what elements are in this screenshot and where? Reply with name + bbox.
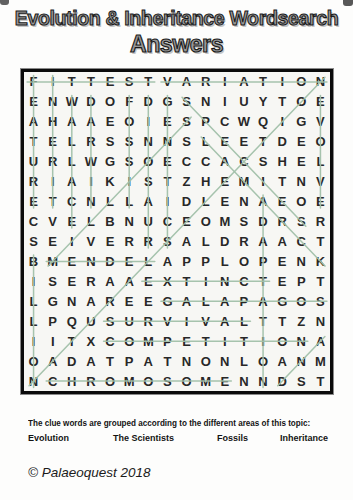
grid-cell-6-7: S <box>139 172 158 192</box>
grid-cell-10-1: B <box>24 251 43 271</box>
grid-cell-8-1: C <box>24 212 43 232</box>
grid-cell-4-7: N <box>139 132 158 152</box>
grid-cell-15-8: T <box>158 351 177 371</box>
grid-cell-6-8: T <box>158 172 177 192</box>
grid-cell-7-13: A <box>254 192 273 212</box>
grid-cell-14-7: M <box>139 331 158 351</box>
grid-cell-14-12: T <box>234 331 253 351</box>
grid-cell-6-16: V <box>311 172 330 192</box>
grid-cell-2-4: D <box>81 92 100 112</box>
grid-cell-10-5: D <box>101 251 120 271</box>
grid-cell-3-5: E <box>101 112 120 132</box>
grid-cell-12-2: G <box>43 291 62 311</box>
copyright-text: © Palaeoquest 2018 <box>28 465 151 480</box>
grid-cell-1-5: E <box>101 72 120 92</box>
grid-cell-7-12: N <box>234 192 253 212</box>
grid-cell-6-5: K <box>101 172 120 192</box>
grid-cell-15-5: T <box>101 351 120 371</box>
grid-cell-5-1: U <box>24 152 43 172</box>
grid-cell-11-9: T <box>177 271 196 291</box>
grid-cell-3-13: Q <box>254 112 273 132</box>
category-fossils: Fossils <box>217 433 248 443</box>
grid-cell-10-16: K <box>311 251 330 271</box>
grid-cell-2-2: N <box>43 92 62 112</box>
grid-cell-8-6: N <box>120 212 139 232</box>
grid-cell-15-3: D <box>62 351 81 371</box>
grid-cell-9-16: T <box>311 232 330 252</box>
grid-cell-8-13: D <box>254 212 273 232</box>
grid-cell-8-11: M <box>215 212 234 232</box>
grid-cell-13-11: A <box>215 311 234 331</box>
grid-cell-4-5: S <box>101 132 120 152</box>
grid-cell-9-6: R <box>120 232 139 252</box>
grid-cell-2-11: I <box>215 92 234 112</box>
grid-cell-14-8: P <box>158 331 177 351</box>
grid-cell-11-7: E <box>139 271 158 291</box>
grid-cell-16-15: S <box>292 371 311 391</box>
grid-cell-4-1: T <box>24 132 43 152</box>
grid-cell-4-9: S <box>177 132 196 152</box>
grid-cell-4-3: L <box>62 132 81 152</box>
grid-cell-2-16: E <box>311 92 330 112</box>
grid-cell-15-6: P <box>120 351 139 371</box>
grid-cell-8-2: V <box>43 212 62 232</box>
grid-cell-8-5: B <box>101 212 120 232</box>
grid-cell-9-11: D <box>215 232 234 252</box>
grid-cell-1-3: T <box>62 72 81 92</box>
grid-cell-12-5: R <box>101 291 120 311</box>
grid-cell-15-13: O <box>254 351 273 371</box>
grid-cell-11-10: I <box>196 271 215 291</box>
grid-cell-8-8: C <box>158 212 177 232</box>
grid-cell-12-6: E <box>120 291 139 311</box>
grid-cell-12-3: N <box>62 291 81 311</box>
grid-cell-9-3: I <box>62 232 81 252</box>
grid-cell-12-7: E <box>139 291 158 311</box>
grid-cell-7-2: T <box>43 192 62 212</box>
title-line-1: Evolution & Inheritance Wordsearch <box>12 5 340 31</box>
grid-cell-5-6: S <box>120 152 139 172</box>
grid-cell-3-4: A <box>81 112 100 132</box>
grid-cell-6-4: I <box>81 172 100 192</box>
grid-cell-10-3: E <box>62 251 81 271</box>
grid-cell-1-13: T <box>254 72 273 92</box>
grid-cell-10-12: O <box>234 251 253 271</box>
grid-cell-3-10: P <box>196 112 215 132</box>
wordsearch-grid: FITTESTVARIATIONENWDOFDGSNIUYTOEAHAAEOIE… <box>24 72 330 391</box>
grid-cell-15-7: A <box>139 351 158 371</box>
grid-cell-7-11: E <box>215 192 234 212</box>
grid-cell-9-14: A <box>273 232 292 252</box>
grid-cell-13-5: S <box>101 311 120 331</box>
grid-cell-14-9: E <box>177 331 196 351</box>
grid-cell-5-3: L <box>62 152 81 172</box>
category-evolution: Evolution <box>28 433 69 443</box>
grid-cell-12-13: A <box>254 291 273 311</box>
grid-cell-10-9: P <box>177 251 196 271</box>
grid-cell-8-9: E <box>177 212 196 232</box>
grid-cell-12-4: A <box>81 291 100 311</box>
grid-cell-9-8: S <box>158 232 177 252</box>
grid-cell-13-8: V <box>158 311 177 331</box>
grid-cell-3-2: H <box>43 112 62 132</box>
grid-cell-7-7: A <box>139 192 158 212</box>
grid-cell-9-9: A <box>177 232 196 252</box>
grid-cell-5-11: A <box>215 152 234 172</box>
grid-cell-7-3: C <box>62 192 81 212</box>
grid-cell-4-10: L <box>196 132 215 152</box>
grid-cell-9-5: E <box>101 232 120 252</box>
grid-cell-16-13: N <box>254 371 273 391</box>
grid-cell-9-7: R <box>139 232 158 252</box>
grid-cell-14-13: I <box>254 331 273 351</box>
grid-cell-2-7: D <box>139 92 158 112</box>
grid-cell-3-12: W <box>234 112 253 132</box>
grid-cell-2-5: O <box>101 92 120 112</box>
grid-cell-15-14: A <box>273 351 292 371</box>
grid-cell-5-9: C <box>177 152 196 172</box>
grid-cell-14-15: N <box>292 331 311 351</box>
grid-cell-2-15: O <box>292 92 311 112</box>
grid-cell-8-14: R <box>273 212 292 232</box>
grid-cell-13-3: Q <box>62 311 81 331</box>
grid-cell-2-8: G <box>158 92 177 112</box>
grid-cell-13-7: R <box>139 311 158 331</box>
grid-cell-8-4: L <box>81 212 100 232</box>
grid-cell-12-11: A <box>215 291 234 311</box>
grid-cell-9-4: V <box>81 232 100 252</box>
grid-cell-4-2: E <box>43 132 62 152</box>
grid-cell-5-8: E <box>158 152 177 172</box>
grid-cell-3-15: G <box>292 112 311 132</box>
grid-cell-16-5: O <box>101 371 120 391</box>
grid-cell-7-5: L <box>101 192 120 212</box>
grid-cell-13-13: T <box>254 311 273 331</box>
grid-cell-10-8: A <box>158 251 177 271</box>
grid-cell-11-16: T <box>311 271 330 291</box>
grid-cell-3-8: E <box>158 112 177 132</box>
grid-cell-9-10: L <box>196 232 215 252</box>
grid-cell-12-12: P <box>234 291 253 311</box>
grid-cell-16-11: E <box>215 371 234 391</box>
grid-cell-11-4: R <box>81 271 100 291</box>
grid-cell-10-15: N <box>292 251 311 271</box>
grid-cell-10-2: M <box>43 251 62 271</box>
grid-cell-2-1: E <box>24 92 43 112</box>
grid-cell-16-16: T <box>311 371 330 391</box>
grid-cell-14-4: X <box>81 331 100 351</box>
grid-cell-2-10: N <box>196 92 215 112</box>
grid-cell-13-12: L <box>234 311 253 331</box>
grid-cell-8-15: S <box>292 212 311 232</box>
grid-cell-10-13: P <box>254 251 273 271</box>
grid-cell-12-14: G <box>273 291 292 311</box>
grid-cell-16-8: S <box>158 371 177 391</box>
grid-cell-5-12: C <box>234 152 253 172</box>
grid-cell-7-4: N <box>81 192 100 212</box>
grid-cell-3-3: A <box>62 112 81 132</box>
grid-cell-9-13: A <box>254 232 273 252</box>
page-title: Evolution & Inheritance Wordsearch Answe… <box>0 5 353 57</box>
grid-cell-16-14: D <box>273 371 292 391</box>
grid-cell-16-3: H <box>62 371 81 391</box>
grid-cell-1-1: F <box>24 72 43 92</box>
footer-note: The clue words are grouped according to … <box>28 418 316 428</box>
grid-cell-11-6: A <box>120 271 139 291</box>
grid-cell-1-12: A <box>234 72 253 92</box>
grid-cell-1-10: R <box>196 72 215 92</box>
grid-cell-13-15: Z <box>292 311 311 331</box>
grid-cell-7-6: L <box>120 192 139 212</box>
grid-cell-5-15: E <box>292 152 311 172</box>
grid-cell-16-6: M <box>120 371 139 391</box>
grid-cell-10-10: P <box>196 251 215 271</box>
grid-cell-11-15: P <box>292 271 311 291</box>
grid-cell-13-9: I <box>177 311 196 331</box>
grid-cell-10-6: E <box>120 251 139 271</box>
grid-cell-1-4: T <box>81 72 100 92</box>
grid-cell-6-2: I <box>43 172 62 192</box>
grid-cell-5-5: G <box>101 152 120 172</box>
grid-cell-11-12: C <box>234 271 253 291</box>
grid-cell-14-3: T <box>62 331 81 351</box>
grid-cell-4-16: O <box>311 132 330 152</box>
grid-cell-16-12: N <box>234 371 253 391</box>
worksheet-page: Evolution & Inheritance Wordsearch Answe… <box>0 0 353 500</box>
grid-cell-2-3: W <box>62 92 81 112</box>
grid-cell-1-15: O <box>292 72 311 92</box>
grid-cell-8-12: S <box>234 212 253 232</box>
grid-cell-11-5: A <box>101 271 120 291</box>
grid-cell-3-11: C <box>215 112 234 132</box>
grid-cell-10-7: L <box>139 251 158 271</box>
grid-cell-13-6: U <box>120 311 139 331</box>
grid-cell-14-10: T <box>196 331 215 351</box>
grid-cell-6-6: I <box>120 172 139 192</box>
grid-cell-9-2: E <box>43 232 62 252</box>
grid-cell-15-12: L <box>234 351 253 371</box>
grid-cell-3-7: I <box>139 112 158 132</box>
grid-cell-14-5: C <box>101 331 120 351</box>
grid-cell-16-1: N <box>24 371 43 391</box>
grid-cell-2-6: F <box>120 92 139 112</box>
grid-cell-1-8: V <box>158 72 177 92</box>
grid-cell-11-13: T <box>254 271 273 291</box>
grid-cell-4-12: E <box>234 132 253 152</box>
grid-cell-3-1: A <box>24 112 43 132</box>
grid-cell-6-9: Z <box>177 172 196 192</box>
grid-cell-1-14: I <box>273 72 292 92</box>
grid-cell-15-15: N <box>292 351 311 371</box>
grid-cell-5-16: L <box>311 152 330 172</box>
grid-cell-2-14: T <box>273 92 292 112</box>
grid-cell-5-7: O <box>139 152 158 172</box>
grid-cell-13-4: U <box>81 311 100 331</box>
grid-cell-9-12: R <box>234 232 253 252</box>
grid-cell-5-10: C <box>196 152 215 172</box>
grid-cell-10-11: L <box>215 251 234 271</box>
grid-cell-11-8: X <box>158 271 177 291</box>
grid-cell-7-9: D <box>177 192 196 212</box>
grid-cell-13-10: V <box>196 311 215 331</box>
grid-cell-1-16: N <box>311 72 330 92</box>
grid-cell-3-9: S <box>177 112 196 132</box>
grid-cell-7-14: E <box>273 192 292 212</box>
grid-cell-8-3: E <box>62 212 81 232</box>
grid-cell-12-16: S <box>311 291 330 311</box>
grid-cell-7-8: I <box>158 192 177 212</box>
grid-cell-15-9: N <box>177 351 196 371</box>
grid-cell-16-10: M <box>196 371 215 391</box>
grid-cell-3-14: I <box>273 112 292 132</box>
grid-cell-5-14: H <box>273 152 292 172</box>
grid-cell-11-2: S <box>43 271 62 291</box>
grid-cell-12-10: L <box>196 291 215 311</box>
grid-cell-7-10: L <box>196 192 215 212</box>
grid-cell-6-12: M <box>234 172 253 192</box>
grid-cell-6-13: I <box>254 172 273 192</box>
grid-cell-14-14: O <box>273 331 292 351</box>
grid-cell-6-15: N <box>292 172 311 192</box>
grid-cell-12-15: O <box>292 291 311 311</box>
grid-cell-1-2: I <box>43 72 62 92</box>
grid-cell-15-4: A <box>81 351 100 371</box>
grid-cell-4-15: E <box>292 132 311 152</box>
title-line-2: Answers <box>0 31 353 57</box>
grid-cell-13-1: L <box>24 311 43 331</box>
grid-cell-1-7: T <box>139 72 158 92</box>
grid-cell-9-1: S <box>24 232 43 252</box>
grid-cell-1-9: A <box>177 72 196 92</box>
grid-cell-8-7: U <box>139 212 158 232</box>
grid-cell-4-11: E <box>215 132 234 152</box>
grid-cell-13-16: N <box>311 311 330 331</box>
grid-cell-7-1: E <box>24 192 43 212</box>
grid-cell-2-12: U <box>234 92 253 112</box>
grid-cell-13-2: P <box>43 311 62 331</box>
grid-cell-11-14: E <box>273 271 292 291</box>
category-inheritance: Inheritance <box>280 433 328 443</box>
grid-cell-13-14: T <box>273 311 292 331</box>
grid-cell-15-11: N <box>215 351 234 371</box>
grid-cell-11-1: I <box>24 271 43 291</box>
grid-cell-16-4: R <box>81 371 100 391</box>
grid-cell-6-1: R <box>24 172 43 192</box>
grid-cell-14-6: O <box>120 331 139 351</box>
grid-cell-16-2: C <box>43 371 62 391</box>
grid-cell-16-9: O <box>177 371 196 391</box>
grid-cell-4-8: N <box>158 132 177 152</box>
grid-cell-2-13: Y <box>254 92 273 112</box>
grid-cell-15-1: O <box>24 351 43 371</box>
grid-cell-10-14: E <box>273 251 292 271</box>
grid-cell-5-13: S <box>254 152 273 172</box>
grid-cell-8-10: O <box>196 212 215 232</box>
grid-cell-6-14: T <box>273 172 292 192</box>
grid-cell-3-6: O <box>120 112 139 132</box>
grid-cell-14-1: I <box>24 331 43 351</box>
grid-cell-8-16: R <box>311 212 330 232</box>
grid-cell-15-10: O <box>196 351 215 371</box>
grid-cell-4-6: S <box>120 132 139 152</box>
grid-cell-15-16: M <box>311 351 330 371</box>
grid-cell-7-16: E <box>311 192 330 212</box>
grid-cell-6-3: A <box>62 172 81 192</box>
grid-cell-10-4: N <box>81 251 100 271</box>
grid-cell-2-9: S <box>177 92 196 112</box>
grid-cell-12-1: L <box>24 291 43 311</box>
category-scientists: The Scientists <box>113 433 174 443</box>
wordsearch-grid-frame: FITTESTVARIATIONENWDOFDGSNIUYTOEAHAAEOIE… <box>21 69 333 394</box>
grid-cell-5-4: W <box>81 152 100 172</box>
grid-cell-11-11: N <box>215 271 234 291</box>
grid-cell-7-15: O <box>292 192 311 212</box>
grid-cell-9-15: C <box>292 232 311 252</box>
grid-cell-14-11: I <box>215 331 234 351</box>
grid-cell-11-3: E <box>62 271 81 291</box>
grid-cell-4-14: D <box>273 132 292 152</box>
grid-cell-15-2: A <box>43 351 62 371</box>
grid-cell-3-16: V <box>311 112 330 132</box>
grid-cell-6-11: E <box>215 172 234 192</box>
grid-cell-6-10: H <box>196 172 215 192</box>
grid-cell-4-4: R <box>81 132 100 152</box>
grid-cell-14-2: I <box>43 331 62 351</box>
grid-cell-14-16: A <box>311 331 330 351</box>
grid-cell-1-6: S <box>120 72 139 92</box>
grid-cell-5-2: R <box>43 152 62 172</box>
grid-cell-16-7: O <box>139 371 158 391</box>
grid-cell-12-9: A <box>177 291 196 311</box>
grid-cell-4-13: T <box>254 132 273 152</box>
grid-cell-1-11: I <box>215 72 234 92</box>
grid-cell-12-8: G <box>158 291 177 311</box>
